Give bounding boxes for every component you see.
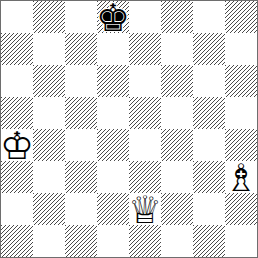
square-d8[interactable]: ♚ [97, 1, 129, 33]
square-a2[interactable] [1, 193, 33, 225]
square-b3[interactable] [33, 161, 65, 193]
square-b7[interactable] [33, 33, 65, 65]
white-king-a4[interactable]: ♔ [0, 130, 34, 162]
square-b5[interactable] [33, 97, 65, 129]
square-a4[interactable]: ♔ [1, 129, 33, 161]
square-c8[interactable] [65, 1, 97, 33]
black-king-d8[interactable]: ♚ [96, 2, 130, 34]
square-f3[interactable] [161, 161, 193, 193]
square-g4[interactable] [193, 129, 225, 161]
square-c3[interactable] [65, 161, 97, 193]
square-g6[interactable] [193, 65, 225, 97]
square-a6[interactable] [1, 65, 33, 97]
square-c6[interactable] [65, 65, 97, 97]
square-a8[interactable] [1, 1, 33, 33]
square-h3[interactable]: ♗ [225, 161, 257, 193]
chess-board: ♚♔♗♕ [0, 0, 258, 258]
square-d2[interactable] [97, 193, 129, 225]
square-b4[interactable] [33, 129, 65, 161]
square-b2[interactable] [33, 193, 65, 225]
square-g7[interactable] [193, 33, 225, 65]
square-h8[interactable] [225, 1, 257, 33]
square-h7[interactable] [225, 33, 257, 65]
square-f6[interactable] [161, 65, 193, 97]
square-d1[interactable] [97, 225, 129, 257]
white-queen-e2[interactable]: ♕ [128, 194, 162, 226]
square-d5[interactable] [97, 97, 129, 129]
square-c5[interactable] [65, 97, 97, 129]
square-g5[interactable] [193, 97, 225, 129]
white-bishop-h3[interactable]: ♗ [224, 162, 258, 194]
square-a1[interactable] [1, 225, 33, 257]
square-c2[interactable] [65, 193, 97, 225]
square-b8[interactable] [33, 1, 65, 33]
square-d3[interactable] [97, 161, 129, 193]
square-e7[interactable] [129, 33, 161, 65]
square-e8[interactable] [129, 1, 161, 33]
square-f2[interactable] [161, 193, 193, 225]
square-b1[interactable] [33, 225, 65, 257]
square-e5[interactable] [129, 97, 161, 129]
square-f8[interactable] [161, 1, 193, 33]
square-f1[interactable] [161, 225, 193, 257]
square-b6[interactable] [33, 65, 65, 97]
square-g8[interactable] [193, 1, 225, 33]
square-e2[interactable]: ♕ [129, 193, 161, 225]
square-f7[interactable] [161, 33, 193, 65]
square-h6[interactable] [225, 65, 257, 97]
square-a7[interactable] [1, 33, 33, 65]
square-c1[interactable] [65, 225, 97, 257]
square-e6[interactable] [129, 65, 161, 97]
square-g3[interactable] [193, 161, 225, 193]
square-c4[interactable] [65, 129, 97, 161]
square-g2[interactable] [193, 193, 225, 225]
square-f4[interactable] [161, 129, 193, 161]
square-h1[interactable] [225, 225, 257, 257]
square-g1[interactable] [193, 225, 225, 257]
square-d4[interactable] [97, 129, 129, 161]
square-h5[interactable] [225, 97, 257, 129]
square-f5[interactable] [161, 97, 193, 129]
square-d6[interactable] [97, 65, 129, 97]
square-c7[interactable] [65, 33, 97, 65]
square-e4[interactable] [129, 129, 161, 161]
